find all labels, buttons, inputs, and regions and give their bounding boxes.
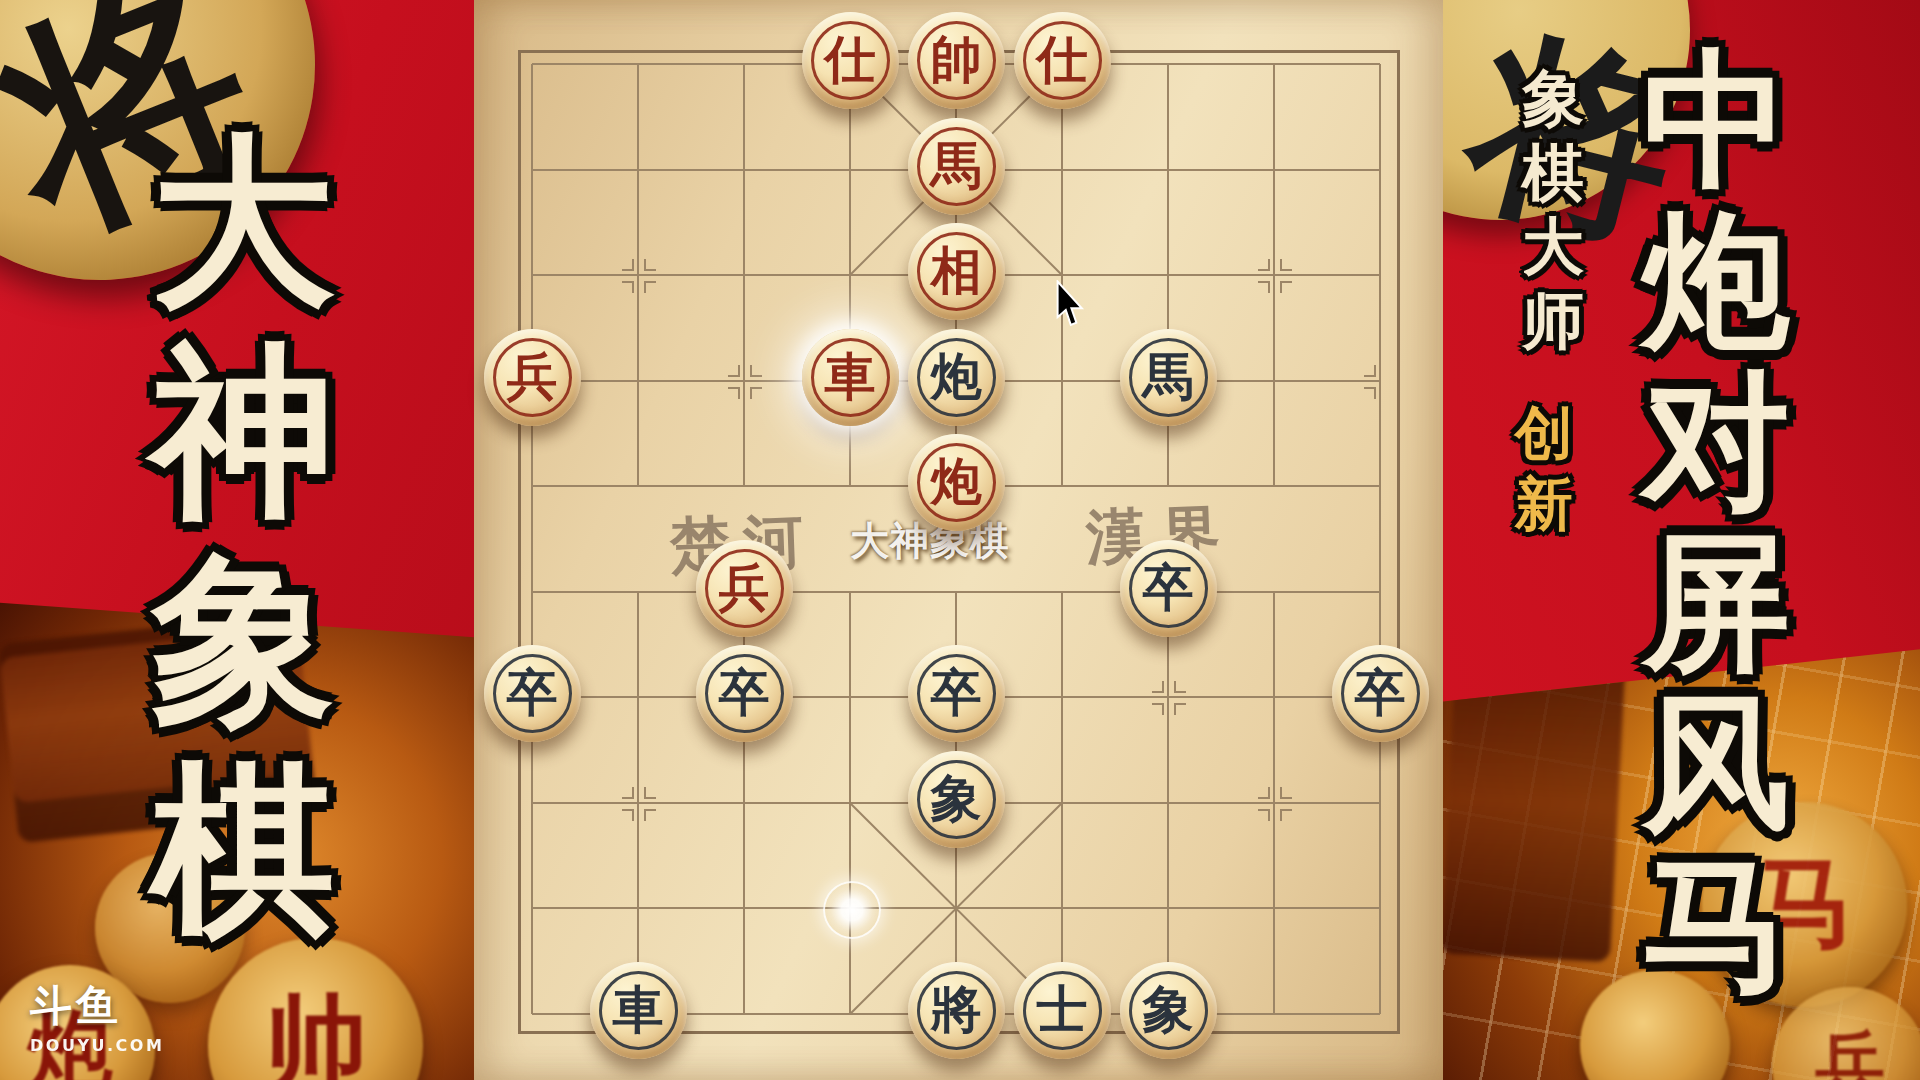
title-char: 棋: [1522, 136, 1584, 210]
mouse-cursor: [1056, 280, 1088, 330]
piece-red-advisor[interactable]: 仕: [802, 12, 899, 109]
point-marker: [622, 809, 634, 821]
point-marker: [1258, 281, 1270, 293]
point-marker: [644, 259, 656, 271]
piece-character: 炮: [908, 434, 1005, 531]
screenshot-root: 帅 炮 将 大神象棋 斗鱼 DOUYU.COM 楚河 漢界 大神象棋 仕帥仕馬相…: [0, 0, 1920, 1080]
piece-character: 仕: [1014, 12, 1111, 109]
piece-character: 兵: [696, 540, 793, 637]
point-marker: [622, 259, 634, 271]
grid-line: [1379, 64, 1381, 1014]
piece-red-pawn[interactable]: 兵: [696, 540, 793, 637]
carved-relief: [1443, 645, 1626, 962]
point-marker: [750, 365, 762, 377]
point-marker: [1258, 787, 1270, 799]
title-char: 师: [1522, 284, 1584, 358]
point-marker: [622, 787, 634, 799]
coin-char: 帅: [263, 975, 368, 1080]
piece-character: 帥: [908, 12, 1005, 109]
point-marker: [1258, 809, 1270, 821]
xiangqi-board[interactable]: 楚河 漢界 大神象棋 仕帥仕馬相兵車炮馬炮兵卒卒卒卒卒象車將士象: [474, 0, 1443, 1080]
title-char: 象: [151, 536, 335, 745]
title-char: 马: [1642, 845, 1790, 1006]
piece-character: 兵: [484, 329, 581, 426]
last-move-origin-marker: [823, 881, 881, 939]
left-banner-title: 大神象棋: [151, 118, 335, 954]
grid-line: [1273, 64, 1275, 486]
point-marker: [1364, 387, 1376, 399]
piece-red-cannon[interactable]: 炮: [908, 434, 1005, 531]
title-char: 炮: [1642, 201, 1790, 362]
piece-red-king[interactable]: 帥: [908, 12, 1005, 109]
grid-line: [743, 64, 745, 486]
piece-character: 士: [1014, 962, 1111, 1059]
piece-character: 仕: [802, 12, 899, 109]
title-char: 创: [1515, 398, 1573, 469]
piece-character: 馬: [908, 118, 1005, 215]
piece-black-chariot[interactable]: 車: [590, 962, 687, 1059]
point-marker: [622, 281, 634, 293]
piece-character: 卒: [484, 645, 581, 742]
grid-line: [1273, 592, 1275, 1014]
point-marker: [644, 787, 656, 799]
decor-coin-shuai: 帅: [208, 938, 423, 1080]
piece-black-pawn[interactable]: 卒: [1120, 540, 1217, 637]
right-banner-badge: 创新: [1515, 398, 1573, 540]
point-marker: [1364, 365, 1376, 377]
piece-black-pawn[interactable]: 卒: [696, 645, 793, 742]
piece-character: 卒: [1120, 540, 1217, 637]
piece-character: 相: [908, 223, 1005, 320]
title-char: 屏: [1642, 523, 1790, 684]
right-banner: 马 兵 将 象棋大师 创新 中炮对屏风马: [1443, 0, 1920, 1080]
piece-black-elephant[interactable]: 象: [908, 751, 1005, 848]
piece-black-pawn[interactable]: 卒: [484, 645, 581, 742]
piece-black-advisor[interactable]: 士: [1014, 962, 1111, 1059]
point-marker: [1258, 259, 1270, 271]
point-marker: [644, 809, 656, 821]
piece-red-pawn[interactable]: 兵: [484, 329, 581, 426]
grid-line: [637, 592, 639, 1014]
piece-character: 卒: [696, 645, 793, 742]
point-marker: [1280, 281, 1292, 293]
title-char: 大: [151, 118, 335, 327]
piece-character: 車: [590, 962, 687, 1059]
grid-line: [531, 64, 533, 1014]
piece-character: 馬: [1120, 329, 1217, 426]
grid-line: [1167, 592, 1169, 1014]
piece-red-advisor[interactable]: 仕: [1014, 12, 1111, 109]
piece-red-horse[interactable]: 馬: [908, 118, 1005, 215]
piece-character: 象: [1120, 962, 1217, 1059]
point-marker: [1280, 787, 1292, 799]
title-char: 大: [1522, 210, 1584, 284]
left-banner: 帅 炮 将 大神象棋 斗鱼 DOUYU.COM: [0, 0, 474, 1080]
piece-red-chariot[interactable]: 車: [802, 329, 899, 426]
point-marker: [750, 387, 762, 399]
douyu-logo-url: DOUYU.COM: [30, 1036, 164, 1055]
right-banner-title: 中炮对屏风马: [1642, 40, 1790, 1006]
point-marker: [728, 365, 740, 377]
douyu-logo: 斗鱼 DOUYU.COM: [30, 978, 164, 1055]
point-marker: [644, 281, 656, 293]
title-char: 中: [1642, 40, 1790, 201]
title-char: 象: [1522, 62, 1584, 136]
piece-black-king[interactable]: 將: [908, 962, 1005, 1059]
piece-black-cannon[interactable]: 炮: [908, 329, 1005, 426]
title-char: 棋: [151, 745, 335, 954]
piece-black-pawn[interactable]: 卒: [1332, 645, 1429, 742]
piece-character: 卒: [1332, 645, 1429, 742]
piece-character: 車: [802, 329, 899, 426]
piece-character: 象: [908, 751, 1005, 848]
title-char: 新: [1515, 469, 1573, 540]
piece-character: 炮: [908, 329, 1005, 426]
point-marker: [1174, 681, 1186, 693]
piece-black-pawn[interactable]: 卒: [908, 645, 1005, 742]
grid-line: [637, 64, 639, 486]
title-char: 风: [1642, 684, 1790, 845]
piece-character: 將: [908, 962, 1005, 1059]
point-marker: [1152, 703, 1164, 715]
piece-black-horse[interactable]: 馬: [1120, 329, 1217, 426]
right-banner-subtitle: 象棋大师: [1522, 62, 1584, 358]
point-marker: [1280, 259, 1292, 271]
title-char: 对: [1642, 362, 1790, 523]
piece-black-elephant[interactable]: 象: [1120, 962, 1217, 1059]
point-marker: [728, 387, 740, 399]
piece-red-elephant[interactable]: 相: [908, 223, 1005, 320]
coin-char: 兵: [1815, 1018, 1885, 1080]
point-marker: [1280, 809, 1292, 821]
title-char: 神: [151, 327, 335, 536]
douyu-logo-text: 斗鱼: [30, 978, 164, 1034]
point-marker: [1174, 703, 1186, 715]
piece-character: 卒: [908, 645, 1005, 742]
point-marker: [1152, 681, 1164, 693]
